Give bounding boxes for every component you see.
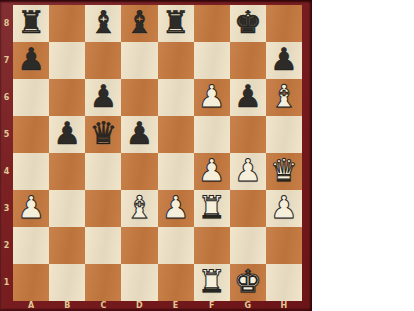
white-queen[interactable]: ♛ [270, 155, 298, 186]
square-e4[interactable] [158, 153, 194, 190]
square-b6[interactable] [49, 79, 85, 116]
square-f3[interactable]: ♜ [194, 190, 230, 227]
file-label-e: E [158, 301, 194, 311]
square-d5[interactable]: ♟ [121, 116, 157, 153]
square-c6[interactable]: ♟ [85, 79, 121, 116]
file-label-a: A [13, 301, 49, 311]
square-e2[interactable] [158, 227, 194, 264]
rank-label-1: 1 [0, 264, 13, 301]
square-g7[interactable] [230, 42, 266, 79]
white-bishop[interactable]: ♝ [270, 81, 298, 112]
page: 87654321 ♜♝♝♜♚♟♟♟♟♟♝♟♛♟♟♟♛♟♝♟♜♟♜♚ ABCDEF… [0, 0, 414, 311]
square-d2[interactable] [121, 227, 157, 264]
black-pawn[interactable]: ♟ [17, 44, 45, 75]
square-f8[interactable] [194, 5, 230, 42]
rank-label-8: 8 [0, 5, 13, 42]
square-f2[interactable] [194, 227, 230, 264]
square-a5[interactable] [13, 116, 49, 153]
file-label-h: H [266, 301, 302, 311]
square-a4[interactable] [13, 153, 49, 190]
square-c2[interactable] [85, 227, 121, 264]
square-b3[interactable] [49, 190, 85, 227]
square-h5[interactable] [266, 116, 302, 153]
white-pawn[interactable]: ♟ [234, 155, 262, 186]
file-label-d: D [121, 301, 157, 311]
black-rook[interactable]: ♜ [162, 7, 190, 38]
black-pawn[interactable]: ♟ [234, 81, 262, 112]
square-c7[interactable] [85, 42, 121, 79]
black-king[interactable]: ♚ [234, 7, 262, 38]
square-e3[interactable]: ♟ [158, 190, 194, 227]
square-f5[interactable] [194, 116, 230, 153]
black-queen[interactable]: ♛ [89, 118, 117, 149]
white-rook[interactable]: ♜ [198, 266, 226, 297]
square-h4[interactable]: ♛ [266, 153, 302, 190]
square-a8[interactable]: ♜ [13, 5, 49, 42]
square-h8[interactable] [266, 5, 302, 42]
square-b2[interactable] [49, 227, 85, 264]
square-h6[interactable]: ♝ [266, 79, 302, 116]
square-g8[interactable]: ♚ [230, 5, 266, 42]
square-h1[interactable] [266, 264, 302, 301]
file-label-g: G [230, 301, 266, 311]
black-pawn[interactable]: ♟ [270, 44, 298, 75]
square-a7[interactable]: ♟ [13, 42, 49, 79]
black-rook[interactable]: ♜ [17, 7, 45, 38]
file-label-c: C [85, 301, 121, 311]
square-d8[interactable]: ♝ [121, 5, 157, 42]
square-d6[interactable] [121, 79, 157, 116]
file-label-b: B [49, 301, 85, 311]
square-b5[interactable]: ♟ [49, 116, 85, 153]
square-a1[interactable] [13, 264, 49, 301]
square-g5[interactable] [230, 116, 266, 153]
square-a6[interactable] [13, 79, 49, 116]
rank-label-7: 7 [0, 42, 13, 79]
square-g4[interactable]: ♟ [230, 153, 266, 190]
square-e8[interactable]: ♜ [158, 5, 194, 42]
white-pawn[interactable]: ♟ [17, 192, 45, 223]
rank-label-3: 3 [0, 190, 13, 227]
rank-label-5: 5 [0, 116, 13, 153]
rank-label-4: 4 [0, 153, 13, 190]
black-pawn[interactable]: ♟ [89, 81, 117, 112]
white-pawn[interactable]: ♟ [198, 155, 226, 186]
square-h7[interactable]: ♟ [266, 42, 302, 79]
square-d7[interactable] [121, 42, 157, 79]
square-c5[interactable]: ♛ [85, 116, 121, 153]
chess-board: 87654321 ♜♝♝♜♚♟♟♟♟♟♝♟♛♟♟♟♛♟♝♟♜♟♜♚ ABCDEF… [0, 0, 312, 311]
black-pawn[interactable]: ♟ [126, 118, 154, 149]
file-label-f: F [194, 301, 230, 311]
white-pawn[interactable]: ♟ [198, 81, 226, 112]
board-squares: ♜♝♝♜♚♟♟♟♟♟♝♟♛♟♟♟♛♟♝♟♜♟♜♚ [13, 5, 302, 301]
rank-labels: 87654321 [0, 5, 13, 301]
square-a2[interactable] [13, 227, 49, 264]
white-rook[interactable]: ♜ [198, 192, 226, 223]
square-g2[interactable] [230, 227, 266, 264]
square-h3[interactable]: ♟ [266, 190, 302, 227]
square-c8[interactable]: ♝ [85, 5, 121, 42]
rank-label-6: 6 [0, 79, 13, 116]
square-b4[interactable] [49, 153, 85, 190]
white-bishop[interactable]: ♝ [126, 192, 154, 223]
square-b1[interactable] [49, 264, 85, 301]
square-g1[interactable]: ♚ [230, 264, 266, 301]
square-c1[interactable] [85, 264, 121, 301]
white-pawn[interactable]: ♟ [270, 192, 298, 223]
white-pawn[interactable]: ♟ [162, 192, 190, 223]
square-f6[interactable]: ♟ [194, 79, 230, 116]
square-d4[interactable] [121, 153, 157, 190]
square-b8[interactable] [49, 5, 85, 42]
square-g6[interactable]: ♟ [230, 79, 266, 116]
square-c4[interactable] [85, 153, 121, 190]
square-e1[interactable] [158, 264, 194, 301]
square-d3[interactable]: ♝ [121, 190, 157, 227]
square-f1[interactable]: ♜ [194, 264, 230, 301]
square-d1[interactable] [121, 264, 157, 301]
square-a3[interactable]: ♟ [13, 190, 49, 227]
square-h2[interactable] [266, 227, 302, 264]
square-f7[interactable] [194, 42, 230, 79]
square-c3[interactable] [85, 190, 121, 227]
white-king[interactable]: ♚ [234, 266, 262, 297]
file-labels: ABCDEFGH [13, 301, 302, 311]
rank-label-2: 2 [0, 227, 13, 264]
black-pawn[interactable]: ♟ [53, 118, 81, 149]
black-bishop[interactable]: ♝ [126, 7, 154, 38]
square-f4[interactable]: ♟ [194, 153, 230, 190]
square-g3[interactable] [230, 190, 266, 227]
square-b7[interactable] [49, 42, 85, 79]
black-bishop[interactable]: ♝ [89, 7, 117, 38]
square-e6[interactable] [158, 79, 194, 116]
square-e5[interactable] [158, 116, 194, 153]
square-e7[interactable] [158, 42, 194, 79]
